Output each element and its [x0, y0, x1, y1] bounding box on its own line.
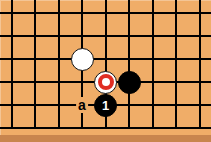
point-label-a: a: [76, 97, 88, 113]
grid-vline: [175, 0, 177, 129]
stone-black: [118, 71, 141, 94]
go-diagram: a1: [0, 0, 211, 142]
grid-vline: [128, 0, 130, 129]
go-board: a1: [0, 0, 211, 142]
stone-white-circle-marked: [94, 71, 117, 94]
grid-hline: [0, 35, 211, 37]
circle-marker-icon: [98, 74, 114, 90]
grid-vline: [11, 0, 13, 129]
grid-vline: [58, 0, 60, 129]
move-number: 1: [102, 98, 109, 111]
grid-vline: [152, 0, 154, 129]
grid-hline: [0, 127, 211, 129]
stone-black-move-1: 1: [94, 94, 117, 117]
grid-vline: [34, 0, 36, 129]
grid-hline: [0, 58, 211, 60]
stone-white: [71, 48, 94, 71]
grid-vline: [199, 0, 201, 129]
board-edge-shadow: [0, 135, 211, 142]
grid-hline: [0, 12, 211, 14]
